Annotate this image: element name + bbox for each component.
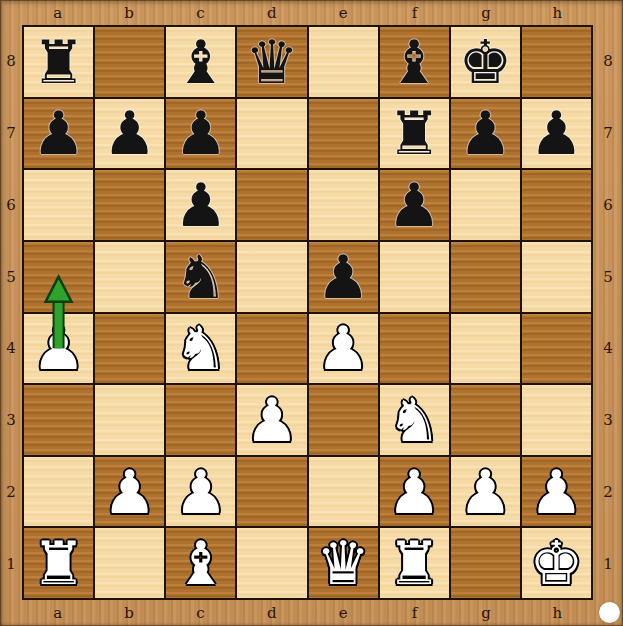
rank-label-4: 4 bbox=[593, 313, 623, 385]
black-king[interactable]: ♚ bbox=[458, 32, 512, 92]
rank-label-7: 7 bbox=[593, 97, 623, 169]
file-label-d: d bbox=[236, 0, 307, 25]
rank-label-7: 7 bbox=[0, 97, 22, 169]
black-pawn[interactable]: ♟ bbox=[387, 175, 441, 235]
square-h4[interactable] bbox=[522, 314, 591, 384]
square-c6[interactable]: ♟ bbox=[166, 170, 235, 240]
black-rook[interactable]: ♜ bbox=[387, 103, 441, 163]
square-e8[interactable] bbox=[309, 27, 378, 97]
square-h8[interactable] bbox=[522, 27, 591, 97]
square-f6[interactable]: ♟ bbox=[380, 170, 449, 240]
black-pawn[interactable]: ♟ bbox=[174, 103, 228, 163]
black-knight[interactable]: ♞ bbox=[174, 247, 228, 307]
black-pawn[interactable]: ♟ bbox=[458, 103, 512, 163]
square-d7[interactable] bbox=[237, 99, 306, 169]
rank-label-6: 6 bbox=[0, 169, 22, 241]
square-d3[interactable]: ♟ bbox=[237, 385, 306, 455]
file-label-b: b bbox=[93, 600, 164, 626]
square-f1[interactable]: ♜ bbox=[380, 528, 449, 598]
square-d4[interactable] bbox=[237, 314, 306, 384]
black-pawn[interactable]: ♟ bbox=[32, 103, 86, 163]
square-e2[interactable] bbox=[309, 457, 378, 527]
square-f3[interactable]: ♞ bbox=[380, 385, 449, 455]
square-g2[interactable]: ♟ bbox=[451, 457, 520, 527]
rank-label-8: 8 bbox=[0, 25, 22, 97]
rank-label-1: 1 bbox=[0, 528, 22, 600]
square-b3[interactable] bbox=[95, 385, 164, 455]
square-c4[interactable]: ♞ bbox=[166, 314, 235, 384]
black-rook[interactable]: ♜ bbox=[32, 32, 86, 92]
file-label-h: h bbox=[522, 0, 593, 25]
white-king[interactable]: ♚ bbox=[530, 533, 584, 593]
white-pawn[interactable]: ♟ bbox=[387, 462, 441, 522]
chess-board: ♜♝♛♝♚♟♟♟♜♟♟♟♟♞♟♟♞♟♟♞♟♟♟♟♟♜♝♛♜♚ bbox=[22, 25, 593, 600]
square-g1[interactable] bbox=[451, 528, 520, 598]
file-label-f: f bbox=[379, 0, 450, 25]
square-h6[interactable] bbox=[522, 170, 591, 240]
square-a2[interactable] bbox=[24, 457, 93, 527]
square-a8[interactable]: ♜ bbox=[24, 27, 93, 97]
square-f5[interactable] bbox=[380, 242, 449, 312]
square-a6[interactable] bbox=[24, 170, 93, 240]
file-label-c: c bbox=[165, 600, 236, 626]
black-bishop[interactable]: ♝ bbox=[387, 32, 441, 92]
white-pawn[interactable]: ♟ bbox=[458, 462, 512, 522]
square-b2[interactable]: ♟ bbox=[95, 457, 164, 527]
rank-label-8: 8 bbox=[593, 25, 623, 97]
file-labels-top: abcdefgh bbox=[22, 0, 593, 25]
white-knight[interactable]: ♞ bbox=[174, 318, 228, 378]
square-b8[interactable] bbox=[95, 27, 164, 97]
rank-label-2: 2 bbox=[593, 456, 623, 528]
square-e6[interactable] bbox=[309, 170, 378, 240]
white-knight[interactable]: ♞ bbox=[387, 390, 441, 450]
file-label-g: g bbox=[450, 600, 521, 626]
square-d1[interactable] bbox=[237, 528, 306, 598]
square-h2[interactable]: ♟ bbox=[522, 457, 591, 527]
rank-label-5: 5 bbox=[0, 241, 22, 313]
black-bishop[interactable]: ♝ bbox=[174, 32, 228, 92]
file-label-e: e bbox=[308, 0, 379, 25]
square-a3[interactable] bbox=[24, 385, 93, 455]
square-c7[interactable]: ♟ bbox=[166, 99, 235, 169]
square-b1[interactable] bbox=[95, 528, 164, 598]
square-d2[interactable] bbox=[237, 457, 306, 527]
file-label-e: e bbox=[308, 600, 379, 626]
file-label-d: d bbox=[236, 600, 307, 626]
black-pawn[interactable]: ♟ bbox=[174, 175, 228, 235]
square-e3[interactable] bbox=[309, 385, 378, 455]
square-e4[interactable]: ♟ bbox=[309, 314, 378, 384]
rank-label-3: 3 bbox=[0, 384, 22, 456]
white-pawn[interactable]: ♟ bbox=[245, 390, 299, 450]
rank-labels-left: 87654321 bbox=[0, 25, 22, 600]
rank-label-1: 1 bbox=[593, 528, 623, 600]
file-label-a: a bbox=[22, 600, 93, 626]
file-label-b: b bbox=[93, 0, 164, 25]
file-labels-bottom: abcdefgh bbox=[22, 600, 593, 626]
square-h3[interactable] bbox=[522, 385, 591, 455]
square-c5[interactable]: ♞ bbox=[166, 242, 235, 312]
square-g6[interactable] bbox=[451, 170, 520, 240]
chess-app-window: abcdefgh abcdefgh 87654321 87654321 ♜♝♛♝… bbox=[0, 0, 623, 626]
square-f4[interactable] bbox=[380, 314, 449, 384]
square-e5[interactable]: ♟ bbox=[309, 242, 378, 312]
side-to-move-indicator-dot bbox=[599, 602, 620, 623]
square-g3[interactable] bbox=[451, 385, 520, 455]
square-c8[interactable]: ♝ bbox=[166, 27, 235, 97]
rank-label-6: 6 bbox=[593, 169, 623, 241]
file-label-h: h bbox=[522, 600, 593, 626]
black-pawn[interactable]: ♟ bbox=[103, 103, 157, 163]
black-pawn[interactable]: ♟ bbox=[316, 247, 370, 307]
square-f2[interactable]: ♟ bbox=[380, 457, 449, 527]
square-h1[interactable]: ♚ bbox=[522, 528, 591, 598]
square-a7[interactable]: ♟ bbox=[24, 99, 93, 169]
white-pawn[interactable]: ♟ bbox=[174, 462, 228, 522]
file-label-a: a bbox=[22, 0, 93, 25]
rank-label-2: 2 bbox=[0, 456, 22, 528]
white-bishop[interactable]: ♝ bbox=[174, 533, 228, 593]
rank-labels-right: 87654321 bbox=[593, 25, 623, 600]
rank-label-3: 3 bbox=[593, 384, 623, 456]
square-c2[interactable]: ♟ bbox=[166, 457, 235, 527]
white-pawn[interactable]: ♟ bbox=[32, 318, 86, 378]
square-g7[interactable]: ♟ bbox=[451, 99, 520, 169]
square-b6[interactable] bbox=[95, 170, 164, 240]
file-label-g: g bbox=[450, 0, 521, 25]
square-f8[interactable]: ♝ bbox=[380, 27, 449, 97]
square-a5[interactable] bbox=[24, 242, 93, 312]
white-rook[interactable]: ♜ bbox=[387, 533, 441, 593]
white-queen[interactable]: ♛ bbox=[316, 533, 370, 593]
black-queen[interactable]: ♛ bbox=[245, 32, 299, 92]
file-label-c: c bbox=[165, 0, 236, 25]
square-e7[interactable] bbox=[309, 99, 378, 169]
square-a4[interactable]: ♟ bbox=[24, 314, 93, 384]
square-d8[interactable]: ♛ bbox=[237, 27, 306, 97]
rank-label-4: 4 bbox=[0, 313, 22, 385]
square-c1[interactable]: ♝ bbox=[166, 528, 235, 598]
file-label-f: f bbox=[379, 600, 450, 626]
square-d5[interactable] bbox=[237, 242, 306, 312]
white-pawn[interactable]: ♟ bbox=[103, 462, 157, 522]
white-pawn[interactable]: ♟ bbox=[316, 318, 370, 378]
square-b5[interactable] bbox=[95, 242, 164, 312]
square-f7[interactable]: ♜ bbox=[380, 99, 449, 169]
square-c3[interactable] bbox=[166, 385, 235, 455]
square-h7[interactable]: ♟ bbox=[522, 99, 591, 169]
square-b4[interactable] bbox=[95, 314, 164, 384]
square-h5[interactable] bbox=[522, 242, 591, 312]
square-g4[interactable] bbox=[451, 314, 520, 384]
square-g8[interactable]: ♚ bbox=[451, 27, 520, 97]
square-g5[interactable] bbox=[451, 242, 520, 312]
rank-label-5: 5 bbox=[593, 241, 623, 313]
black-pawn[interactable]: ♟ bbox=[530, 103, 584, 163]
white-rook[interactable]: ♜ bbox=[32, 533, 86, 593]
white-pawn[interactable]: ♟ bbox=[530, 462, 584, 522]
square-d6[interactable] bbox=[237, 170, 306, 240]
square-b7[interactable]: ♟ bbox=[95, 99, 164, 169]
square-a1[interactable]: ♜ bbox=[24, 528, 93, 598]
square-e1[interactable]: ♛ bbox=[309, 528, 378, 598]
